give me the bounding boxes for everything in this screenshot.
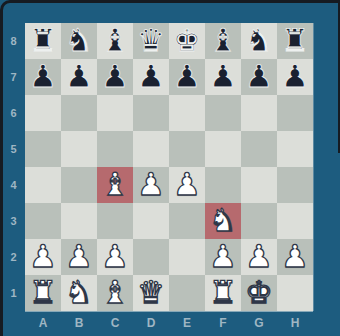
rank-label-3: 3 bbox=[5, 203, 22, 239]
square-c2[interactable]: ♟ bbox=[97, 239, 133, 275]
piece-black-pawn[interactable]: ♟ bbox=[137, 61, 165, 94]
square-c3[interactable] bbox=[97, 203, 133, 239]
square-h7[interactable]: ♟ bbox=[277, 59, 313, 95]
file-label-c: C bbox=[97, 313, 133, 333]
file-labels: ABCDEFGH bbox=[25, 313, 313, 333]
square-h6[interactable] bbox=[277, 95, 313, 131]
square-a4[interactable] bbox=[25, 167, 61, 203]
piece-white-pawn[interactable]: ♟ bbox=[29, 241, 57, 274]
chess-app-window: 87654321 ♜♞♝♛♚♝♞♜♟♟♟♟♟♟♟♟♝♟♟♞♟♟♟♟♟♟♜♞♝♛♜… bbox=[0, 0, 340, 336]
piece-white-pawn[interactable]: ♟ bbox=[245, 241, 273, 274]
square-a1[interactable]: ♜ bbox=[25, 275, 61, 311]
square-h4[interactable] bbox=[277, 167, 313, 203]
square-f3[interactable]: ♞ bbox=[205, 203, 241, 239]
square-f7[interactable]: ♟ bbox=[205, 59, 241, 95]
square-g1[interactable]: ♚ bbox=[241, 275, 277, 311]
square-g7[interactable]: ♟ bbox=[241, 59, 277, 95]
square-g3[interactable] bbox=[241, 203, 277, 239]
square-a5[interactable] bbox=[25, 131, 61, 167]
square-c6[interactable] bbox=[97, 95, 133, 131]
piece-black-pawn[interactable]: ♟ bbox=[101, 61, 129, 94]
piece-white-rook[interactable]: ♜ bbox=[209, 277, 237, 310]
square-h1[interactable] bbox=[277, 275, 313, 311]
rank-label-4: 4 bbox=[5, 167, 22, 203]
piece-black-king[interactable]: ♚ bbox=[173, 25, 201, 58]
rank-label-2: 2 bbox=[5, 239, 22, 275]
square-b6[interactable] bbox=[61, 95, 97, 131]
square-e5[interactable] bbox=[169, 131, 205, 167]
square-a8[interactable]: ♜ bbox=[25, 23, 61, 59]
square-f4[interactable] bbox=[205, 167, 241, 203]
square-d6[interactable] bbox=[133, 95, 169, 131]
square-g6[interactable] bbox=[241, 95, 277, 131]
piece-white-rook[interactable]: ♜ bbox=[29, 277, 57, 310]
square-e6[interactable] bbox=[169, 95, 205, 131]
square-a7[interactable]: ♟ bbox=[25, 59, 61, 95]
rank-label-5: 5 bbox=[5, 131, 22, 167]
file-label-e: E bbox=[169, 313, 205, 333]
rank-label-6: 6 bbox=[5, 95, 22, 131]
square-g4[interactable] bbox=[241, 167, 277, 203]
square-f6[interactable] bbox=[205, 95, 241, 131]
square-b5[interactable] bbox=[61, 131, 97, 167]
file-label-h: H bbox=[277, 313, 313, 333]
piece-black-pawn[interactable]: ♟ bbox=[173, 61, 201, 94]
piece-white-pawn[interactable]: ♟ bbox=[209, 241, 237, 274]
square-g2[interactable]: ♟ bbox=[241, 239, 277, 275]
file-label-d: D bbox=[133, 313, 169, 333]
square-b1[interactable]: ♞ bbox=[61, 275, 97, 311]
square-c4[interactable]: ♝ bbox=[97, 167, 133, 203]
square-e1[interactable] bbox=[169, 275, 205, 311]
square-e4[interactable]: ♟ bbox=[169, 167, 205, 203]
square-b8[interactable]: ♞ bbox=[61, 23, 97, 59]
square-g5[interactable] bbox=[241, 131, 277, 167]
piece-white-knight[interactable]: ♞ bbox=[209, 205, 237, 238]
square-b7[interactable]: ♟ bbox=[61, 59, 97, 95]
piece-white-bishop[interactable]: ♝ bbox=[101, 169, 129, 202]
square-h2[interactable]: ♟ bbox=[277, 239, 313, 275]
piece-white-pawn[interactable]: ♟ bbox=[173, 169, 201, 202]
piece-black-pawn[interactable]: ♟ bbox=[65, 61, 93, 94]
rank-labels: 87654321 bbox=[5, 23, 22, 311]
piece-black-pawn[interactable]: ♟ bbox=[281, 61, 309, 94]
square-c5[interactable] bbox=[97, 131, 133, 167]
square-d2[interactable] bbox=[133, 239, 169, 275]
square-d5[interactable] bbox=[133, 131, 169, 167]
square-d3[interactable] bbox=[133, 203, 169, 239]
piece-white-pawn[interactable]: ♟ bbox=[65, 241, 93, 274]
piece-white-queen[interactable]: ♛ bbox=[137, 277, 165, 310]
piece-black-rook[interactable]: ♜ bbox=[281, 25, 309, 58]
square-d1[interactable]: ♛ bbox=[133, 275, 169, 311]
square-b2[interactable]: ♟ bbox=[61, 239, 97, 275]
square-f5[interactable] bbox=[205, 131, 241, 167]
piece-black-pawn[interactable]: ♟ bbox=[209, 61, 237, 94]
rank-label-7: 7 bbox=[5, 59, 22, 95]
square-f2[interactable]: ♟ bbox=[205, 239, 241, 275]
file-label-b: B bbox=[61, 313, 97, 333]
square-e3[interactable] bbox=[169, 203, 205, 239]
square-b3[interactable] bbox=[61, 203, 97, 239]
piece-black-knight[interactable]: ♞ bbox=[245, 25, 273, 58]
square-g8[interactable]: ♞ bbox=[241, 23, 277, 59]
rank-label-1: 1 bbox=[5, 275, 22, 311]
piece-white-pawn[interactable]: ♟ bbox=[281, 241, 309, 274]
square-e7[interactable]: ♟ bbox=[169, 59, 205, 95]
square-a3[interactable] bbox=[25, 203, 61, 239]
square-h3[interactable] bbox=[277, 203, 313, 239]
piece-black-knight[interactable]: ♞ bbox=[65, 25, 93, 58]
square-f8[interactable]: ♝ bbox=[205, 23, 241, 59]
piece-black-pawn[interactable]: ♟ bbox=[245, 61, 273, 94]
file-label-a: A bbox=[25, 313, 61, 333]
square-f1[interactable]: ♜ bbox=[205, 275, 241, 311]
piece-white-bishop[interactable]: ♝ bbox=[101, 277, 129, 310]
piece-black-bishop[interactable]: ♝ bbox=[209, 25, 237, 58]
chess-board[interactable]: ♜♞♝♛♚♝♞♜♟♟♟♟♟♟♟♟♝♟♟♞♟♟♟♟♟♟♜♞♝♛♜♚ bbox=[25, 23, 313, 311]
square-c7[interactable]: ♟ bbox=[97, 59, 133, 95]
piece-white-pawn[interactable]: ♟ bbox=[137, 169, 165, 202]
file-label-g: G bbox=[241, 313, 277, 333]
piece-black-queen[interactable]: ♛ bbox=[137, 25, 165, 58]
piece-black-bishop[interactable]: ♝ bbox=[101, 25, 129, 58]
square-d7[interactable]: ♟ bbox=[133, 59, 169, 95]
square-c8[interactable]: ♝ bbox=[97, 23, 133, 59]
square-b4[interactable] bbox=[61, 167, 97, 203]
square-h5[interactable] bbox=[277, 131, 313, 167]
piece-black-rook[interactable]: ♜ bbox=[29, 25, 57, 58]
square-a2[interactable]: ♟ bbox=[25, 239, 61, 275]
piece-black-pawn[interactable]: ♟ bbox=[29, 61, 57, 94]
square-d4[interactable]: ♟ bbox=[133, 167, 169, 203]
square-e8[interactable]: ♚ bbox=[169, 23, 205, 59]
square-h8[interactable]: ♜ bbox=[277, 23, 313, 59]
file-label-f: F bbox=[205, 313, 241, 333]
piece-white-king[interactable]: ♚ bbox=[245, 277, 273, 310]
square-d8[interactable]: ♛ bbox=[133, 23, 169, 59]
square-a6[interactable] bbox=[25, 95, 61, 131]
square-c1[interactable]: ♝ bbox=[97, 275, 133, 311]
rank-label-8: 8 bbox=[5, 23, 22, 59]
square-e2[interactable] bbox=[169, 239, 205, 275]
piece-white-pawn[interactable]: ♟ bbox=[101, 241, 129, 274]
piece-white-knight[interactable]: ♞ bbox=[65, 277, 93, 310]
